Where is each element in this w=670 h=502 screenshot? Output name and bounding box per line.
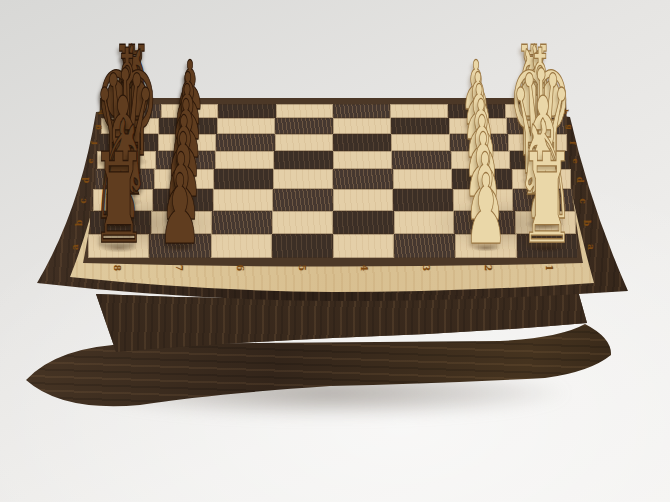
square-g3	[391, 118, 449, 134]
square-f3	[391, 134, 449, 151]
black-pawn-a7: ♟	[158, 161, 201, 258]
square-f4	[333, 134, 391, 151]
square-a5	[272, 234, 333, 259]
right-edge-label-file-a: a	[586, 244, 596, 250]
square-d5	[273, 169, 333, 189]
right-edge-label-file-b: b	[582, 220, 592, 226]
chess-set-photo: 87654321aabbccddeeffgghh ♜♟♟♜♞♟♟♞♝♟♟♝♚♟♟…	[0, 0, 670, 502]
square-c4	[333, 189, 393, 211]
square-h4	[333, 104, 390, 118]
square-h5	[276, 104, 333, 118]
front-edge-label-rank-5: 5	[297, 264, 307, 270]
square-e4	[333, 151, 392, 170]
square-c5	[273, 189, 333, 211]
square-a4	[333, 234, 394, 259]
left-edge-label-file-a: a	[70, 244, 80, 250]
square-h6	[218, 104, 275, 118]
right-edge-label-file-c: c	[578, 198, 588, 203]
left-edge-label-file-c: c	[78, 198, 88, 203]
square-e5	[274, 151, 333, 170]
square-g5	[275, 118, 333, 134]
front-edge-label-rank-4: 4	[359, 264, 369, 270]
square-f5	[275, 134, 333, 151]
front-edge-label-rank-3: 3	[421, 264, 431, 270]
square-h3	[390, 104, 447, 118]
square-f6	[216, 134, 274, 151]
white-rook-a1: ♜	[519, 136, 575, 261]
square-b5	[272, 211, 333, 234]
square-g4	[333, 118, 391, 134]
square-b4	[333, 211, 394, 234]
black-rook-a8: ♜	[91, 136, 147, 261]
square-e6	[215, 151, 274, 170]
square-e3	[392, 151, 451, 170]
square-d3	[393, 169, 453, 189]
square-d4	[333, 169, 393, 189]
square-g6	[217, 118, 275, 134]
front-edge-label-rank-6: 6	[235, 264, 245, 270]
square-d6	[214, 169, 274, 189]
white-pawn-a2: ♟	[464, 161, 507, 258]
left-edge-label-file-b: b	[74, 220, 84, 226]
right-edge-label-file-d: d	[575, 177, 585, 183]
